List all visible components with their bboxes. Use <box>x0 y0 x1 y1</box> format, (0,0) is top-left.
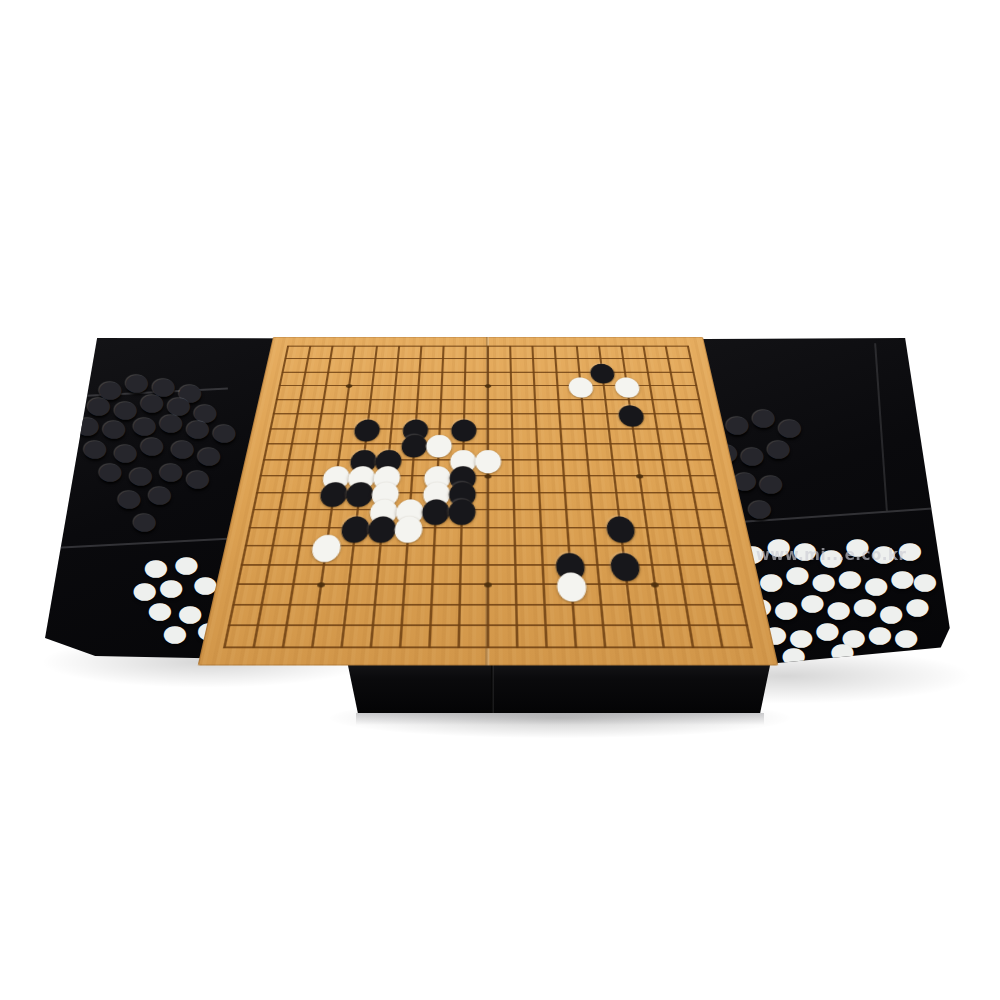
base-reflection <box>356 713 764 725</box>
go-stone-white: ● <box>394 513 422 540</box>
watermark-text: www.mi...e.co.kr <box>756 546 956 564</box>
go-stone-white: ● <box>311 531 342 559</box>
go-stone-white: ● <box>475 447 500 471</box>
go-stone-black: ● <box>451 417 476 439</box>
go-stone-white: ● <box>557 569 587 599</box>
board-grid: ●●●●●●●●●●●●●●●●●●●●●●●●●●●●●●●●●●● <box>207 340 768 659</box>
go-board: ●●●●●●●●●●●●●●●●●●●●●●●●●●●●●●●●●●● <box>198 337 779 665</box>
go-stone-white: ● <box>568 375 593 396</box>
go-stone-black: ● <box>609 549 640 578</box>
go-stone-white: ● <box>614 375 640 396</box>
go-stone-black: ● <box>354 417 381 439</box>
go-stone-black: ● <box>448 496 475 522</box>
go-stone-black: ● <box>617 402 644 424</box>
product-photo-scene: { "game": "go", "scene": { "description"… <box>0 0 1000 1000</box>
go-stone-black: ● <box>606 513 636 540</box>
